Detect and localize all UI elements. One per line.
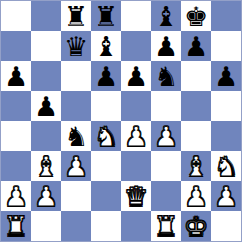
square-c2[interactable]	[61, 181, 91, 211]
square-c8[interactable]: ♜	[61, 1, 91, 31]
black-pawn[interactable]: ♟	[154, 33, 178, 60]
square-f1[interactable]: ♜	[151, 211, 181, 241]
black-knight[interactable]: ♞	[64, 123, 88, 150]
square-b8[interactable]	[31, 1, 61, 31]
white-king[interactable]: ♚	[184, 213, 208, 240]
black-pawn[interactable]: ♟	[124, 63, 148, 90]
square-g2[interactable]: ♟	[181, 181, 211, 211]
square-f7[interactable]: ♟	[151, 31, 181, 61]
square-d5[interactable]	[91, 91, 121, 121]
square-g4[interactable]	[181, 121, 211, 151]
square-e2[interactable]: ♛	[121, 181, 151, 211]
black-king[interactable]: ♚	[184, 3, 208, 30]
white-queen[interactable]: ♛	[124, 183, 148, 210]
square-a6[interactable]: ♟	[1, 61, 31, 91]
white-pawn[interactable]: ♟	[184, 183, 208, 210]
square-g7[interactable]: ♟	[181, 31, 211, 61]
square-h1[interactable]	[211, 211, 241, 241]
square-f2[interactable]	[151, 181, 181, 211]
white-rook[interactable]: ♜	[154, 213, 178, 240]
chess-board: ♜♜♝♚♛♝♟♟♟♟♟♞♟♟♞♞♟♟♝♟♝♞♟♟♛♟♟♜♜♚	[0, 0, 242, 242]
square-g8[interactable]: ♚	[181, 1, 211, 31]
black-bishop[interactable]: ♝	[154, 3, 178, 30]
square-g3[interactable]: ♝	[181, 151, 211, 181]
square-b2[interactable]: ♟	[31, 181, 61, 211]
white-pawn[interactable]: ♟	[154, 123, 178, 150]
square-a3[interactable]	[1, 151, 31, 181]
square-g1[interactable]: ♚	[181, 211, 211, 241]
square-e4[interactable]: ♟	[121, 121, 151, 151]
square-b7[interactable]	[31, 31, 61, 61]
square-d4[interactable]: ♞	[91, 121, 121, 151]
white-bishop[interactable]: ♝	[34, 153, 58, 180]
white-pawn[interactable]: ♟	[4, 183, 28, 210]
white-pawn[interactable]: ♟	[124, 123, 148, 150]
square-b4[interactable]	[31, 121, 61, 151]
square-h3[interactable]: ♞	[211, 151, 241, 181]
square-a1[interactable]: ♜	[1, 211, 31, 241]
square-h6[interactable]: ♟	[211, 61, 241, 91]
square-f5[interactable]	[151, 91, 181, 121]
square-e7[interactable]	[121, 31, 151, 61]
square-e5[interactable]	[121, 91, 151, 121]
square-c7[interactable]: ♛	[61, 31, 91, 61]
white-pawn[interactable]: ♟	[34, 183, 58, 210]
square-c1[interactable]	[61, 211, 91, 241]
square-e3[interactable]	[121, 151, 151, 181]
white-pawn[interactable]: ♟	[64, 153, 88, 180]
square-e8[interactable]	[121, 1, 151, 31]
square-h5[interactable]	[211, 91, 241, 121]
white-bishop[interactable]: ♝	[184, 153, 208, 180]
square-d1[interactable]	[91, 211, 121, 241]
square-d3[interactable]	[91, 151, 121, 181]
square-f6[interactable]: ♞	[151, 61, 181, 91]
black-pawn[interactable]: ♟	[4, 63, 28, 90]
black-pawn[interactable]: ♟	[94, 63, 118, 90]
black-rook[interactable]: ♜	[94, 3, 118, 30]
square-h4[interactable]	[211, 121, 241, 151]
square-f3[interactable]	[151, 151, 181, 181]
square-b5[interactable]: ♟	[31, 91, 61, 121]
square-d7[interactable]: ♝	[91, 31, 121, 61]
square-c5[interactable]	[61, 91, 91, 121]
square-c3[interactable]: ♟	[61, 151, 91, 181]
square-e1[interactable]	[121, 211, 151, 241]
square-d2[interactable]	[91, 181, 121, 211]
black-rook[interactable]: ♜	[64, 3, 88, 30]
black-knight[interactable]: ♞	[154, 63, 178, 90]
square-a7[interactable]	[1, 31, 31, 61]
square-a4[interactable]	[1, 121, 31, 151]
square-b6[interactable]	[31, 61, 61, 91]
square-h8[interactable]	[211, 1, 241, 31]
square-h7[interactable]	[211, 31, 241, 61]
square-e6[interactable]: ♟	[121, 61, 151, 91]
square-c6[interactable]	[61, 61, 91, 91]
square-d8[interactable]: ♜	[91, 1, 121, 31]
square-f4[interactable]: ♟	[151, 121, 181, 151]
square-h2[interactable]: ♟	[211, 181, 241, 211]
white-knight[interactable]: ♞	[94, 123, 118, 150]
square-a2[interactable]: ♟	[1, 181, 31, 211]
square-g6[interactable]	[181, 61, 211, 91]
square-b1[interactable]	[31, 211, 61, 241]
black-pawn[interactable]: ♟	[214, 63, 238, 90]
square-b3[interactable]: ♝	[31, 151, 61, 181]
black-queen[interactable]: ♛	[64, 33, 88, 60]
black-pawn[interactable]: ♟	[184, 33, 208, 60]
black-bishop[interactable]: ♝	[94, 33, 118, 60]
square-f8[interactable]: ♝	[151, 1, 181, 31]
square-a8[interactable]	[1, 1, 31, 31]
white-pawn[interactable]: ♟	[214, 183, 238, 210]
white-knight[interactable]: ♞	[214, 153, 238, 180]
white-rook[interactable]: ♜	[4, 213, 28, 240]
square-a5[interactable]	[1, 91, 31, 121]
square-g5[interactable]	[181, 91, 211, 121]
black-pawn[interactable]: ♟	[34, 93, 58, 120]
square-d6[interactable]: ♟	[91, 61, 121, 91]
square-c4[interactable]: ♞	[61, 121, 91, 151]
